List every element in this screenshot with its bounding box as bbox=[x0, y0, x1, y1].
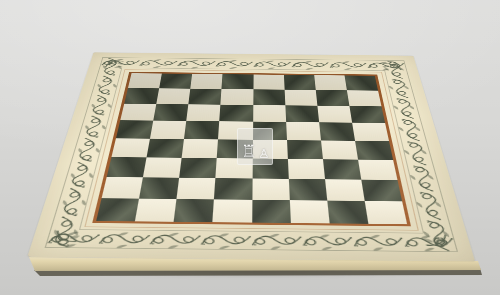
square-f8[interactable] bbox=[284, 75, 316, 90]
square-d7[interactable] bbox=[221, 89, 253, 105]
ornament-band-bottom bbox=[47, 232, 456, 252]
square-b4[interactable] bbox=[147, 138, 185, 157]
square-f3[interactable] bbox=[288, 159, 325, 179]
square-g2[interactable] bbox=[325, 179, 365, 201]
square-a6[interactable] bbox=[120, 104, 156, 121]
square-a2[interactable] bbox=[102, 177, 143, 199]
square-a8[interactable] bbox=[128, 73, 162, 88]
watermark-pawn-icon: ♙ bbox=[258, 148, 269, 160]
square-a3[interactable] bbox=[107, 157, 147, 177]
square-h7[interactable] bbox=[347, 90, 382, 106]
square-h2[interactable] bbox=[361, 179, 402, 201]
square-g8[interactable] bbox=[314, 75, 347, 90]
square-e6[interactable] bbox=[253, 105, 286, 122]
square-a5[interactable] bbox=[116, 120, 153, 138]
watermark-rook-icon: ♖ bbox=[241, 143, 256, 160]
square-h4[interactable] bbox=[355, 141, 393, 160]
square-f5[interactable] bbox=[286, 122, 321, 140]
square-c2[interactable] bbox=[177, 178, 216, 200]
square-g7[interactable] bbox=[316, 90, 350, 106]
square-b8[interactable] bbox=[159, 74, 192, 89]
square-e8[interactable] bbox=[253, 75, 284, 90]
square-e1[interactable] bbox=[252, 200, 291, 223]
square-c4[interactable] bbox=[182, 139, 218, 158]
square-b7[interactable] bbox=[156, 88, 190, 104]
square-e2[interactable] bbox=[252, 178, 290, 200]
square-c1[interactable] bbox=[174, 199, 214, 222]
square-d2[interactable] bbox=[214, 178, 252, 200]
square-e7[interactable] bbox=[253, 89, 285, 105]
square-c5[interactable] bbox=[184, 121, 219, 139]
square-a7[interactable] bbox=[124, 88, 159, 104]
square-f1[interactable] bbox=[289, 200, 329, 223]
square-h1[interactable] bbox=[365, 201, 408, 224]
square-a4[interactable] bbox=[112, 138, 151, 157]
square-d8[interactable] bbox=[222, 74, 253, 89]
square-c6[interactable] bbox=[186, 104, 220, 121]
photo-scene: ♖ ♙ bbox=[0, 0, 500, 295]
square-f4[interactable] bbox=[287, 140, 323, 159]
square-b2[interactable] bbox=[139, 177, 179, 199]
square-g6[interactable] bbox=[317, 106, 352, 123]
square-g1[interactable] bbox=[327, 201, 368, 224]
square-b5[interactable] bbox=[150, 121, 186, 139]
square-b6[interactable] bbox=[153, 104, 188, 121]
square-b3[interactable] bbox=[143, 157, 182, 177]
square-h6[interactable] bbox=[349, 106, 385, 123]
square-a1[interactable] bbox=[96, 198, 139, 221]
square-h8[interactable] bbox=[344, 75, 378, 90]
square-c3[interactable] bbox=[179, 158, 217, 178]
square-b1[interactable] bbox=[135, 199, 177, 222]
square-d6[interactable] bbox=[220, 105, 253, 122]
watermark: ♖ ♙ bbox=[237, 128, 273, 165]
square-h5[interactable] bbox=[352, 123, 389, 141]
square-g3[interactable] bbox=[323, 159, 361, 179]
square-f2[interactable] bbox=[288, 179, 327, 201]
square-g5[interactable] bbox=[319, 122, 355, 140]
square-c7[interactable] bbox=[189, 89, 222, 105]
square-g4[interactable] bbox=[321, 140, 358, 159]
square-f7[interactable] bbox=[284, 90, 317, 106]
square-d1[interactable] bbox=[213, 199, 252, 222]
square-f6[interactable] bbox=[285, 105, 319, 122]
square-c8[interactable] bbox=[191, 74, 223, 89]
square-h3[interactable] bbox=[358, 159, 398, 179]
